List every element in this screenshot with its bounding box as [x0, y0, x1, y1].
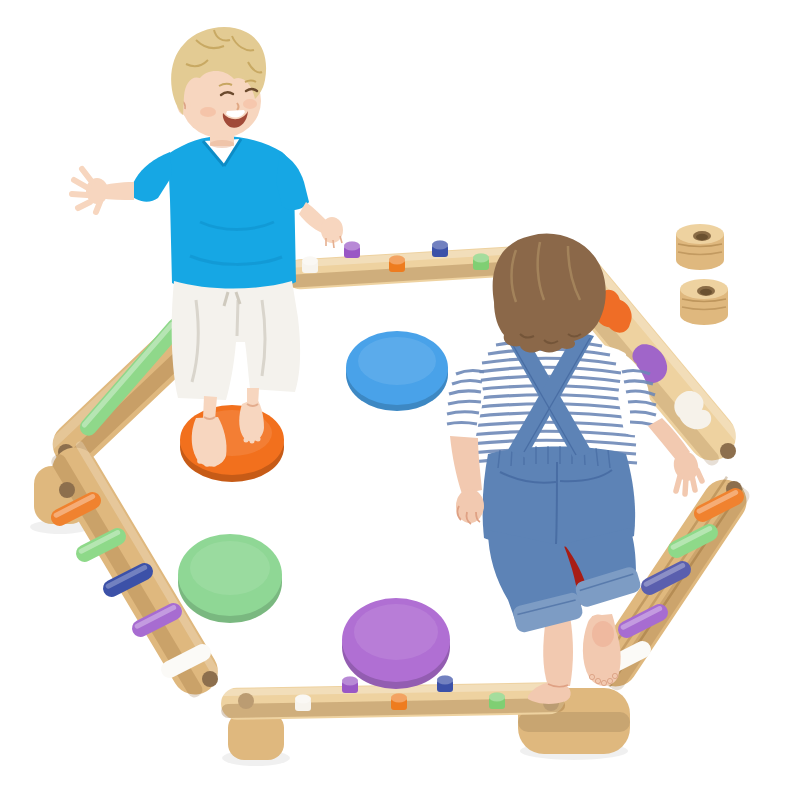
child-left-sleeve-left: [128, 152, 172, 202]
child-left-pants: [172, 281, 300, 400]
stepping-stone-purple: [342, 598, 450, 689]
peg-green: [473, 254, 489, 271]
dowel-pin: [720, 443, 736, 459]
stepping-stone-green: [178, 534, 282, 623]
cylinder-block-1: [676, 224, 724, 270]
peg-green: [489, 693, 505, 710]
peg-white: [302, 257, 318, 274]
overalls-seat: [483, 447, 636, 547]
dowel-pin: [59, 482, 75, 498]
scene: [0, 0, 800, 800]
dowel-pin: [202, 671, 218, 687]
peg-blue: [432, 241, 448, 258]
support-block-bottom-left: [222, 712, 290, 766]
child-left-shirt: [168, 136, 296, 295]
peg-orange: [389, 256, 405, 273]
child-right: [445, 234, 702, 704]
child-left-sleeve-right: [276, 152, 309, 210]
cylinder-block-2: [680, 279, 728, 325]
child-left-head: [171, 27, 266, 148]
dowel-pin: [238, 693, 254, 709]
peg-orange: [391, 694, 407, 711]
peg-white: [295, 695, 311, 712]
peg-blue: [437, 676, 453, 693]
child-left-arm-right: [299, 202, 343, 248]
peg-purple: [342, 677, 358, 694]
peg-purple: [344, 242, 360, 259]
product-photo: [0, 0, 800, 800]
stepping-stone-blue: [346, 331, 448, 411]
child-left-arm-left: [72, 169, 134, 212]
